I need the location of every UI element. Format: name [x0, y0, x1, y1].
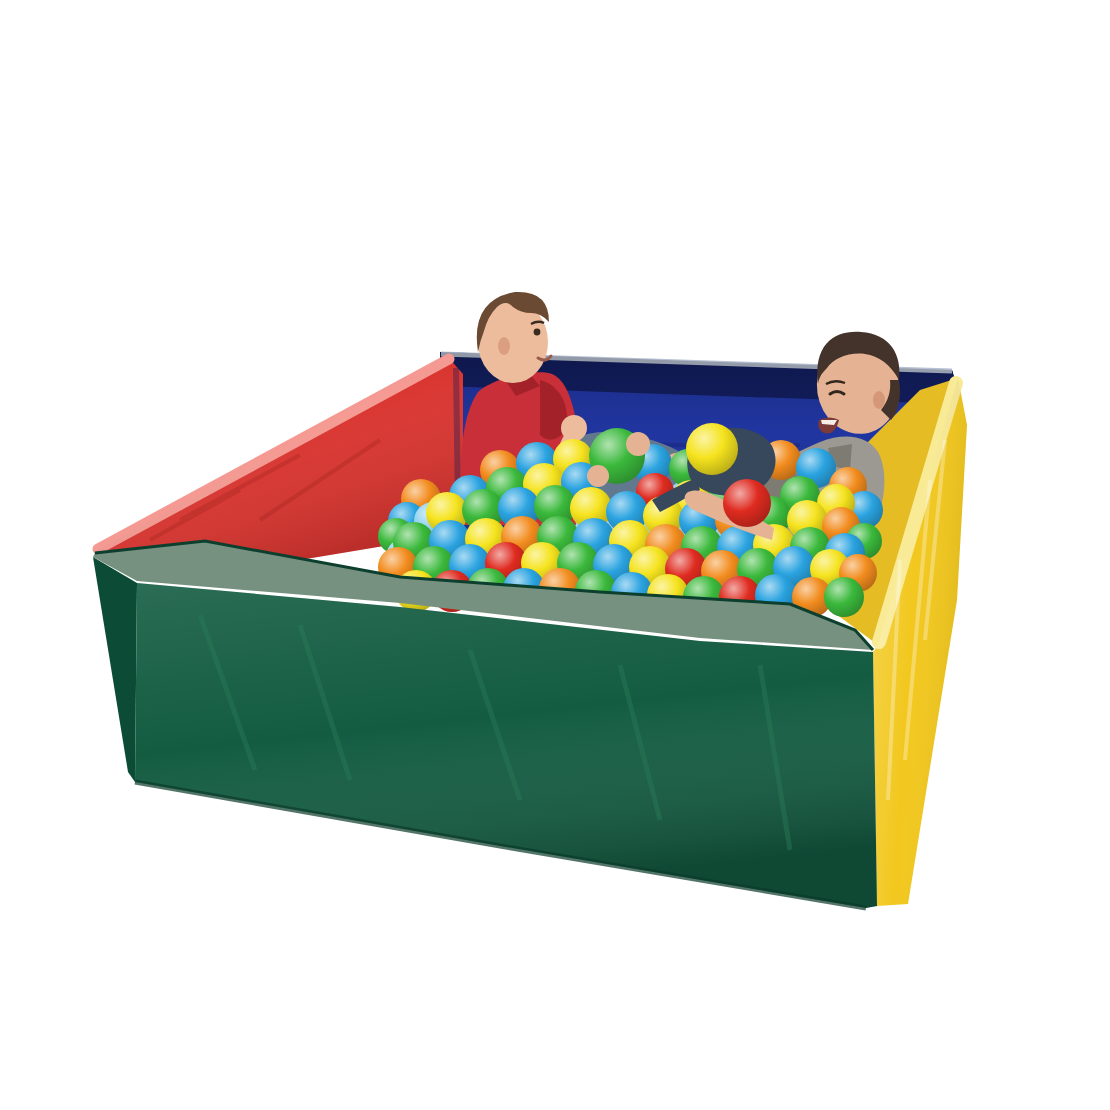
boy-right-ear — [873, 391, 885, 409]
held-ball — [686, 423, 738, 475]
boy-right-hand-bottom — [587, 465, 609, 487]
ball — [824, 577, 864, 617]
boy-left-fist — [561, 415, 587, 441]
boy-left-ear — [498, 337, 510, 355]
boy-left-eye — [534, 329, 541, 336]
scene-canvas — [0, 0, 1110, 1110]
held-ball — [723, 479, 771, 527]
ball-pit-product-photo — [0, 0, 1110, 1110]
boy-right-hand-top — [626, 432, 650, 456]
